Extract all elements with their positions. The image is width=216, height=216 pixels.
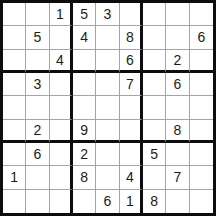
cell-r7c7[interactable]: 5 bbox=[143, 143, 166, 166]
cell-r9c6[interactable]: 1 bbox=[120, 190, 143, 213]
cell-r2c7[interactable] bbox=[143, 26, 166, 49]
cell-r4c5[interactable] bbox=[96, 73, 119, 96]
cell-r1c9[interactable] bbox=[190, 3, 213, 26]
cell-r2c9[interactable]: 6 bbox=[190, 26, 213, 49]
cell-r7c4[interactable]: 2 bbox=[73, 143, 96, 166]
cell-r6c7[interactable] bbox=[143, 120, 166, 143]
cell-r7c1[interactable] bbox=[3, 143, 26, 166]
cell-r6c8[interactable]: 8 bbox=[166, 120, 189, 143]
cell-r4c9[interactable] bbox=[190, 73, 213, 96]
cell-r5c5[interactable] bbox=[96, 96, 119, 119]
cell-r5c4[interactable] bbox=[73, 96, 96, 119]
cell-r7c8[interactable] bbox=[166, 143, 189, 166]
cell-r6c2[interactable]: 2 bbox=[26, 120, 49, 143]
cell-r4c7[interactable] bbox=[143, 73, 166, 96]
cell-r3c1[interactable] bbox=[3, 50, 26, 73]
cell-r7c3[interactable] bbox=[50, 143, 73, 166]
cell-r8c8[interactable]: 7 bbox=[166, 166, 189, 189]
cell-r7c2[interactable]: 6 bbox=[26, 143, 49, 166]
cell-r6c9[interactable] bbox=[190, 120, 213, 143]
cell-r8c7[interactable] bbox=[143, 166, 166, 189]
cell-r7c5[interactable] bbox=[96, 143, 119, 166]
cell-r6c4[interactable]: 9 bbox=[73, 120, 96, 143]
cell-r6c1[interactable] bbox=[3, 120, 26, 143]
cell-r8c6[interactable]: 4 bbox=[120, 166, 143, 189]
cell-r3c9[interactable] bbox=[190, 50, 213, 73]
cell-r2c3[interactable] bbox=[50, 26, 73, 49]
cell-r5c8[interactable] bbox=[166, 96, 189, 119]
cell-r3c4[interactable] bbox=[73, 50, 96, 73]
cell-r1c4[interactable]: 5 bbox=[73, 3, 96, 26]
cell-r1c8[interactable] bbox=[166, 3, 189, 26]
cell-r1c7[interactable] bbox=[143, 3, 166, 26]
cell-r8c4[interactable]: 8 bbox=[73, 166, 96, 189]
cell-r1c3[interactable]: 1 bbox=[50, 3, 73, 26]
cell-r9c8[interactable] bbox=[166, 190, 189, 213]
cell-r9c4[interactable] bbox=[73, 190, 96, 213]
cell-r3c7[interactable] bbox=[143, 50, 166, 73]
cell-r3c2[interactable] bbox=[26, 50, 49, 73]
cell-r4c8[interactable]: 6 bbox=[166, 73, 189, 96]
cell-r8c3[interactable] bbox=[50, 166, 73, 189]
cell-r3c5[interactable] bbox=[96, 50, 119, 73]
cell-r9c5[interactable]: 6 bbox=[96, 190, 119, 213]
cell-r3c3[interactable]: 4 bbox=[50, 50, 73, 73]
cell-r1c5[interactable]: 3 bbox=[96, 3, 119, 26]
cell-r1c1[interactable] bbox=[3, 3, 26, 26]
cell-r6c3[interactable] bbox=[50, 120, 73, 143]
cell-r8c1[interactable]: 1 bbox=[3, 166, 26, 189]
cell-r2c4[interactable]: 4 bbox=[73, 26, 96, 49]
cell-r5c3[interactable] bbox=[50, 96, 73, 119]
cell-r4c2[interactable]: 3 bbox=[26, 73, 49, 96]
cell-r1c2[interactable] bbox=[26, 3, 49, 26]
cell-r2c8[interactable] bbox=[166, 26, 189, 49]
cell-r4c6[interactable]: 7 bbox=[120, 73, 143, 96]
cell-r5c6[interactable] bbox=[120, 96, 143, 119]
cell-r9c1[interactable] bbox=[3, 190, 26, 213]
cell-r9c2[interactable] bbox=[26, 190, 49, 213]
cell-r4c3[interactable] bbox=[50, 73, 73, 96]
cell-r2c5[interactable] bbox=[96, 26, 119, 49]
sudoku-board: 15354864623762986251847618 bbox=[0, 0, 216, 216]
cell-r4c1[interactable] bbox=[3, 73, 26, 96]
cell-r8c5[interactable] bbox=[96, 166, 119, 189]
cell-r1c6[interactable] bbox=[120, 3, 143, 26]
cell-r7c6[interactable] bbox=[120, 143, 143, 166]
cell-r9c3[interactable] bbox=[50, 190, 73, 213]
cell-r9c7[interactable]: 8 bbox=[143, 190, 166, 213]
cell-r7c9[interactable] bbox=[190, 143, 213, 166]
cell-r8c2[interactable] bbox=[26, 166, 49, 189]
cell-r5c7[interactable] bbox=[143, 96, 166, 119]
cell-r2c2[interactable]: 5 bbox=[26, 26, 49, 49]
cell-r2c6[interactable]: 8 bbox=[120, 26, 143, 49]
cell-r5c1[interactable] bbox=[3, 96, 26, 119]
cell-r2c1[interactable] bbox=[3, 26, 26, 49]
cell-r3c8[interactable]: 2 bbox=[166, 50, 189, 73]
cell-r6c6[interactable] bbox=[120, 120, 143, 143]
cell-r9c9[interactable] bbox=[190, 190, 213, 213]
cell-r5c9[interactable] bbox=[190, 96, 213, 119]
cell-r6c5[interactable] bbox=[96, 120, 119, 143]
cell-r3c6[interactable]: 6 bbox=[120, 50, 143, 73]
cell-r4c4[interactable] bbox=[73, 73, 96, 96]
cell-r8c9[interactable] bbox=[190, 166, 213, 189]
cell-r5c2[interactable] bbox=[26, 96, 49, 119]
